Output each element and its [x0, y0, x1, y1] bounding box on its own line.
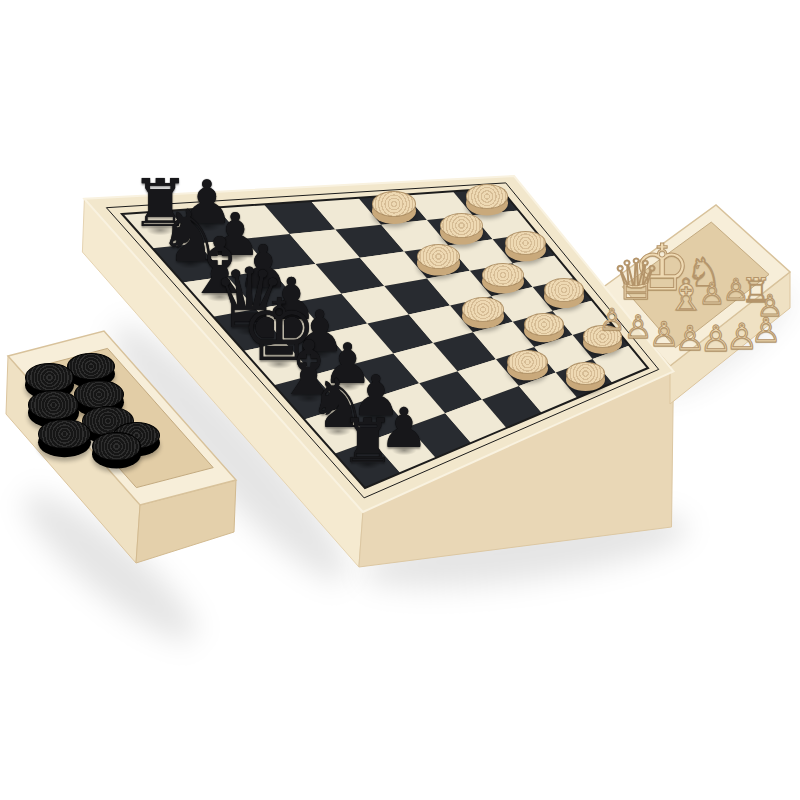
wooden-box-and-checkerboard — [0, 0, 800, 800]
product-photo-scene: ♜♞♝♛♚♝♞♜♟♟♟♟♟♟♟♟ ♔♕♘♗♖♙♙♙♙♙♙♙♙♙♙ — [0, 0, 800, 800]
